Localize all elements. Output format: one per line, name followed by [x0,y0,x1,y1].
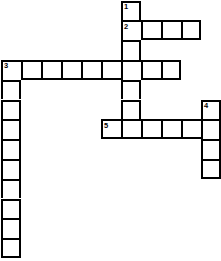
cell-r3c4[interactable] [81,60,101,80]
cell-r3c7[interactable] [141,60,161,80]
cell-r1c8[interactable] [161,20,181,40]
cell-r12c0[interactable] [1,238,21,258]
cell-r1c9[interactable] [181,20,201,40]
cell-r11c0[interactable] [1,218,21,238]
cell-r3c3[interactable] [61,60,81,80]
cell-r3c8[interactable] [161,60,181,80]
clue-number-5: 5 [104,122,108,130]
clue-number-2: 2 [124,23,128,31]
cell-r3c6[interactable] [121,60,141,80]
cell-r6c5[interactable]: 5 [101,119,121,139]
crossword-page: 12345 [0,0,221,261]
cell-r8c10[interactable] [201,159,221,179]
cell-r3c0[interactable]: 3 [1,60,21,80]
cell-r6c7[interactable] [141,119,161,139]
cell-r7c10[interactable] [201,139,221,159]
cell-r4c6[interactable] [121,80,141,100]
crossword-board: 12345 [0,0,221,261]
cell-r6c0[interactable] [1,119,21,139]
cell-r6c10[interactable] [201,119,221,139]
cell-r1c7[interactable] [141,20,161,40]
cell-r0c6[interactable]: 1 [121,1,141,21]
cell-r4c0[interactable] [1,80,21,100]
clue-number-3: 3 [4,62,8,70]
cell-r5c10[interactable]: 4 [201,100,221,120]
clue-number-1: 1 [124,3,128,11]
cell-r9c0[interactable] [1,179,21,199]
cell-r5c0[interactable] [1,100,21,120]
cell-r6c9[interactable] [181,119,201,139]
cell-r1c6[interactable]: 2 [121,20,141,40]
cell-r6c6[interactable] [121,119,141,139]
cell-r3c5[interactable] [101,60,121,80]
cell-r8c0[interactable] [1,159,21,179]
cell-r5c6[interactable] [121,100,141,120]
cell-r3c2[interactable] [41,60,61,80]
cell-r2c6[interactable] [121,40,141,60]
cell-r3c1[interactable] [21,60,41,80]
cell-r6c8[interactable] [161,119,181,139]
cell-r10c0[interactable] [1,199,21,219]
clue-number-4: 4 [204,102,208,110]
cell-r7c0[interactable] [1,139,21,159]
